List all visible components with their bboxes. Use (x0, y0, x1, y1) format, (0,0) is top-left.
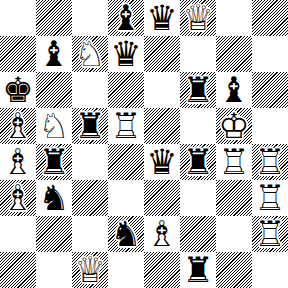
square-b4[interactable]: ♜♜ (36, 144, 72, 180)
white-bishop-icon[interactable]: ♗ (0, 144, 36, 180)
square-a3[interactable]: ♝♗ (0, 180, 36, 216)
square-f4[interactable]: ♜♜ (180, 144, 216, 180)
square-c8[interactable] (72, 0, 108, 36)
square-h5[interactable] (252, 108, 288, 144)
square-g6[interactable]: ♝♝ (216, 72, 252, 108)
square-e7[interactable] (144, 36, 180, 72)
black-rook-icon[interactable]: ♜ (180, 144, 216, 180)
square-b3[interactable]: ♞♞ (36, 180, 72, 216)
square-a2[interactable] (0, 216, 36, 252)
square-c5[interactable]: ♜♜ (72, 108, 108, 144)
square-f7[interactable] (180, 36, 216, 72)
square-a5[interactable]: ♝♗ (0, 108, 36, 144)
square-c4[interactable] (72, 144, 108, 180)
square-e6[interactable] (144, 72, 180, 108)
white-bishop-icon[interactable]: ♗ (0, 180, 36, 216)
square-b8[interactable] (36, 0, 72, 36)
square-f5[interactable] (180, 108, 216, 144)
square-g2[interactable] (216, 216, 252, 252)
square-d7[interactable]: ♛♛ (108, 36, 144, 72)
square-h3[interactable]: ♜♖ (252, 180, 288, 216)
white-bishop-icon[interactable]: ♗ (0, 108, 36, 144)
square-h7[interactable] (252, 36, 288, 72)
white-rook-icon[interactable]: ♖ (252, 144, 288, 180)
black-bishop-icon[interactable]: ♝ (108, 0, 144, 36)
square-c3[interactable] (72, 180, 108, 216)
square-f2[interactable] (180, 216, 216, 252)
square-h2[interactable]: ♜♖ (252, 216, 288, 252)
square-d3[interactable] (108, 180, 144, 216)
square-b1[interactable] (36, 252, 72, 288)
square-d5[interactable]: ♜♖ (108, 108, 144, 144)
square-b6[interactable] (36, 72, 72, 108)
square-c2[interactable] (72, 216, 108, 252)
square-f6[interactable]: ♜♜ (180, 72, 216, 108)
square-h1[interactable] (252, 252, 288, 288)
square-e4[interactable]: ♛♛ (144, 144, 180, 180)
white-rook-icon[interactable]: ♖ (252, 180, 288, 216)
square-g1[interactable] (216, 252, 252, 288)
black-rook-icon[interactable]: ♜ (180, 72, 216, 108)
square-e2[interactable]: ♝♗ (144, 216, 180, 252)
white-knight-icon[interactable]: ♘ (36, 108, 72, 144)
square-g3[interactable] (216, 180, 252, 216)
square-e8[interactable]: ♛♛ (144, 0, 180, 36)
square-g4[interactable]: ♜♖ (216, 144, 252, 180)
square-d6[interactable] (108, 72, 144, 108)
white-rook-icon[interactable]: ♖ (252, 216, 288, 252)
square-g5[interactable]: ♚♔ (216, 108, 252, 144)
square-b5[interactable]: ♞♘ (36, 108, 72, 144)
square-g8[interactable] (216, 0, 252, 36)
square-f3[interactable] (180, 180, 216, 216)
white-rook-icon[interactable]: ♖ (216, 144, 252, 180)
square-d1[interactable] (108, 252, 144, 288)
square-g7[interactable] (216, 36, 252, 72)
white-queen-icon[interactable]: ♕ (180, 0, 216, 36)
black-bishop-icon[interactable]: ♝ (36, 36, 72, 72)
square-a1[interactable] (0, 252, 36, 288)
white-king-icon[interactable]: ♔ (216, 108, 252, 144)
square-e3[interactable] (144, 180, 180, 216)
square-a4[interactable]: ♝♗ (0, 144, 36, 180)
square-c7[interactable]: ♞♘ (72, 36, 108, 72)
square-c6[interactable] (72, 72, 108, 108)
black-knight-icon[interactable]: ♞ (108, 216, 144, 252)
black-bishop-icon[interactable]: ♝ (216, 72, 252, 108)
square-c1[interactable]: ♛♕ (72, 252, 108, 288)
black-king-icon[interactable]: ♚ (0, 72, 36, 108)
square-h8[interactable] (252, 0, 288, 36)
square-b7[interactable]: ♝♝ (36, 36, 72, 72)
square-d2[interactable]: ♞♞ (108, 216, 144, 252)
black-queen-icon[interactable]: ♛ (144, 0, 180, 36)
black-knight-icon[interactable]: ♞ (36, 180, 72, 216)
square-a8[interactable] (0, 0, 36, 36)
square-f8[interactable]: ♛♕ (180, 0, 216, 36)
chess-board: ♝♝♛♛♛♕♝♝♞♘♛♛♚♚♜♜♝♝♝♗♞♘♜♜♜♖♚♔♝♗♜♜♛♛♜♜♜♖♜♖… (0, 0, 288, 288)
square-d4[interactable] (108, 144, 144, 180)
black-rook-icon[interactable]: ♜ (36, 144, 72, 180)
white-rook-icon[interactable]: ♖ (108, 108, 144, 144)
square-f1[interactable]: ♜♜ (180, 252, 216, 288)
square-b2[interactable] (36, 216, 72, 252)
white-knight-icon[interactable]: ♘ (72, 36, 108, 72)
square-a6[interactable]: ♚♚ (0, 72, 36, 108)
black-queen-icon[interactable]: ♛ (144, 144, 180, 180)
square-e5[interactable] (144, 108, 180, 144)
square-e1[interactable] (144, 252, 180, 288)
black-queen-icon[interactable]: ♛ (108, 36, 144, 72)
black-rook-icon[interactable]: ♜ (180, 252, 216, 288)
square-h6[interactable] (252, 72, 288, 108)
square-d8[interactable]: ♝♝ (108, 0, 144, 36)
square-h4[interactable]: ♜♖ (252, 144, 288, 180)
black-rook-icon[interactable]: ♜ (72, 108, 108, 144)
white-queen-icon[interactable]: ♕ (72, 252, 108, 288)
square-a7[interactable] (0, 36, 36, 72)
white-bishop-icon[interactable]: ♗ (144, 216, 180, 252)
